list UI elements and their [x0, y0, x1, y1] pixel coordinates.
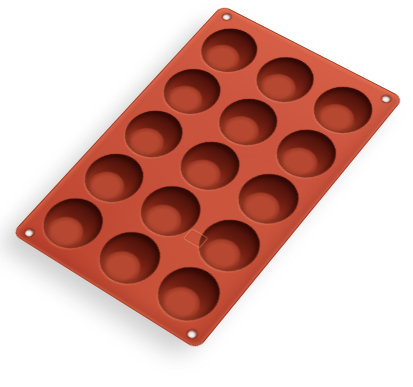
- silicone-mold: [12, 5, 404, 350]
- product-photo-scene: [0, 0, 413, 387]
